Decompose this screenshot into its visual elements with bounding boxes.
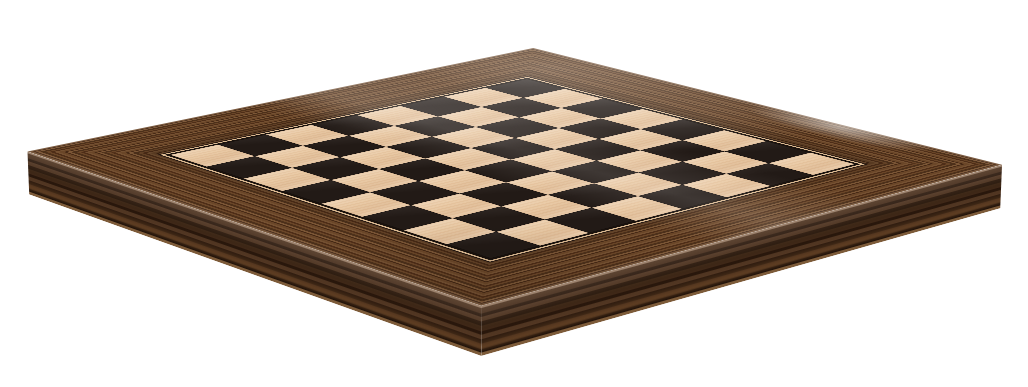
square-b1 xyxy=(496,219,589,245)
square-e2 xyxy=(594,172,682,195)
square-e3 xyxy=(552,161,639,184)
square-g1 xyxy=(726,163,813,186)
square-a4 xyxy=(321,192,411,217)
square-c4 xyxy=(418,170,506,193)
square-d2 xyxy=(548,183,637,207)
square-c5 xyxy=(379,158,465,181)
square-e1 xyxy=(638,185,728,209)
square-a2 xyxy=(403,218,496,244)
square-c3 xyxy=(459,182,548,206)
square-f2 xyxy=(639,162,726,185)
square-b3 xyxy=(411,193,501,218)
square-d4 xyxy=(465,159,552,182)
product-photo-scene xyxy=(0,0,1028,387)
square-a7 xyxy=(206,156,292,179)
square-a1 xyxy=(446,232,540,259)
square-b4 xyxy=(370,181,459,205)
square-d1 xyxy=(592,196,683,221)
square-c2 xyxy=(501,195,591,220)
square-d3 xyxy=(506,171,594,194)
board-top-face xyxy=(27,48,1002,306)
chessboard xyxy=(27,48,1002,306)
square-a6 xyxy=(244,168,331,191)
square-a3 xyxy=(362,205,453,230)
square-f1 xyxy=(682,174,770,198)
square-b2 xyxy=(453,206,544,231)
square-c1 xyxy=(544,208,636,233)
square-b5 xyxy=(331,169,418,192)
square-a5 xyxy=(282,180,371,204)
square-b6 xyxy=(292,157,378,180)
